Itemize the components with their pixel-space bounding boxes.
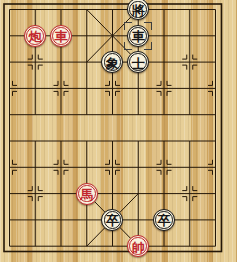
piece-glyph: 卒 — [106, 214, 119, 227]
piece-black-general[interactable]: 將 — [127, 0, 149, 20]
piece-black-soldier[interactable]: 卒 — [153, 209, 175, 231]
piece-glyph: 象 — [106, 56, 119, 69]
piece-red-general[interactable]: 帥 — [127, 235, 149, 257]
piece-glyph: 卒 — [157, 214, 170, 227]
piece-layer: 將車士象卒卒炮車馬帥 — [0, 0, 228, 259]
piece-glyph: 車 — [54, 30, 67, 43]
piece-black-chariot[interactable]: 車 — [127, 25, 149, 47]
piece-glyph: 將 — [132, 3, 145, 16]
piece-black-advisor[interactable]: 士 — [127, 51, 149, 73]
piece-black-elephant[interactable]: 象 — [101, 51, 123, 73]
piece-red-horse[interactable]: 馬 — [76, 183, 98, 205]
piece-red-chariot[interactable]: 車 — [50, 25, 72, 47]
piece-red-cannon[interactable]: 炮 — [24, 25, 46, 47]
piece-black-soldier[interactable]: 卒 — [101, 209, 123, 231]
piece-glyph: 炮 — [29, 30, 42, 43]
piece-glyph: 士 — [132, 56, 145, 69]
piece-glyph: 帥 — [132, 240, 145, 253]
xiangqi-board: 將車士象卒卒炮車馬帥 — [0, 0, 237, 262]
piece-glyph: 馬 — [80, 188, 93, 201]
piece-glyph: 車 — [132, 30, 145, 43]
